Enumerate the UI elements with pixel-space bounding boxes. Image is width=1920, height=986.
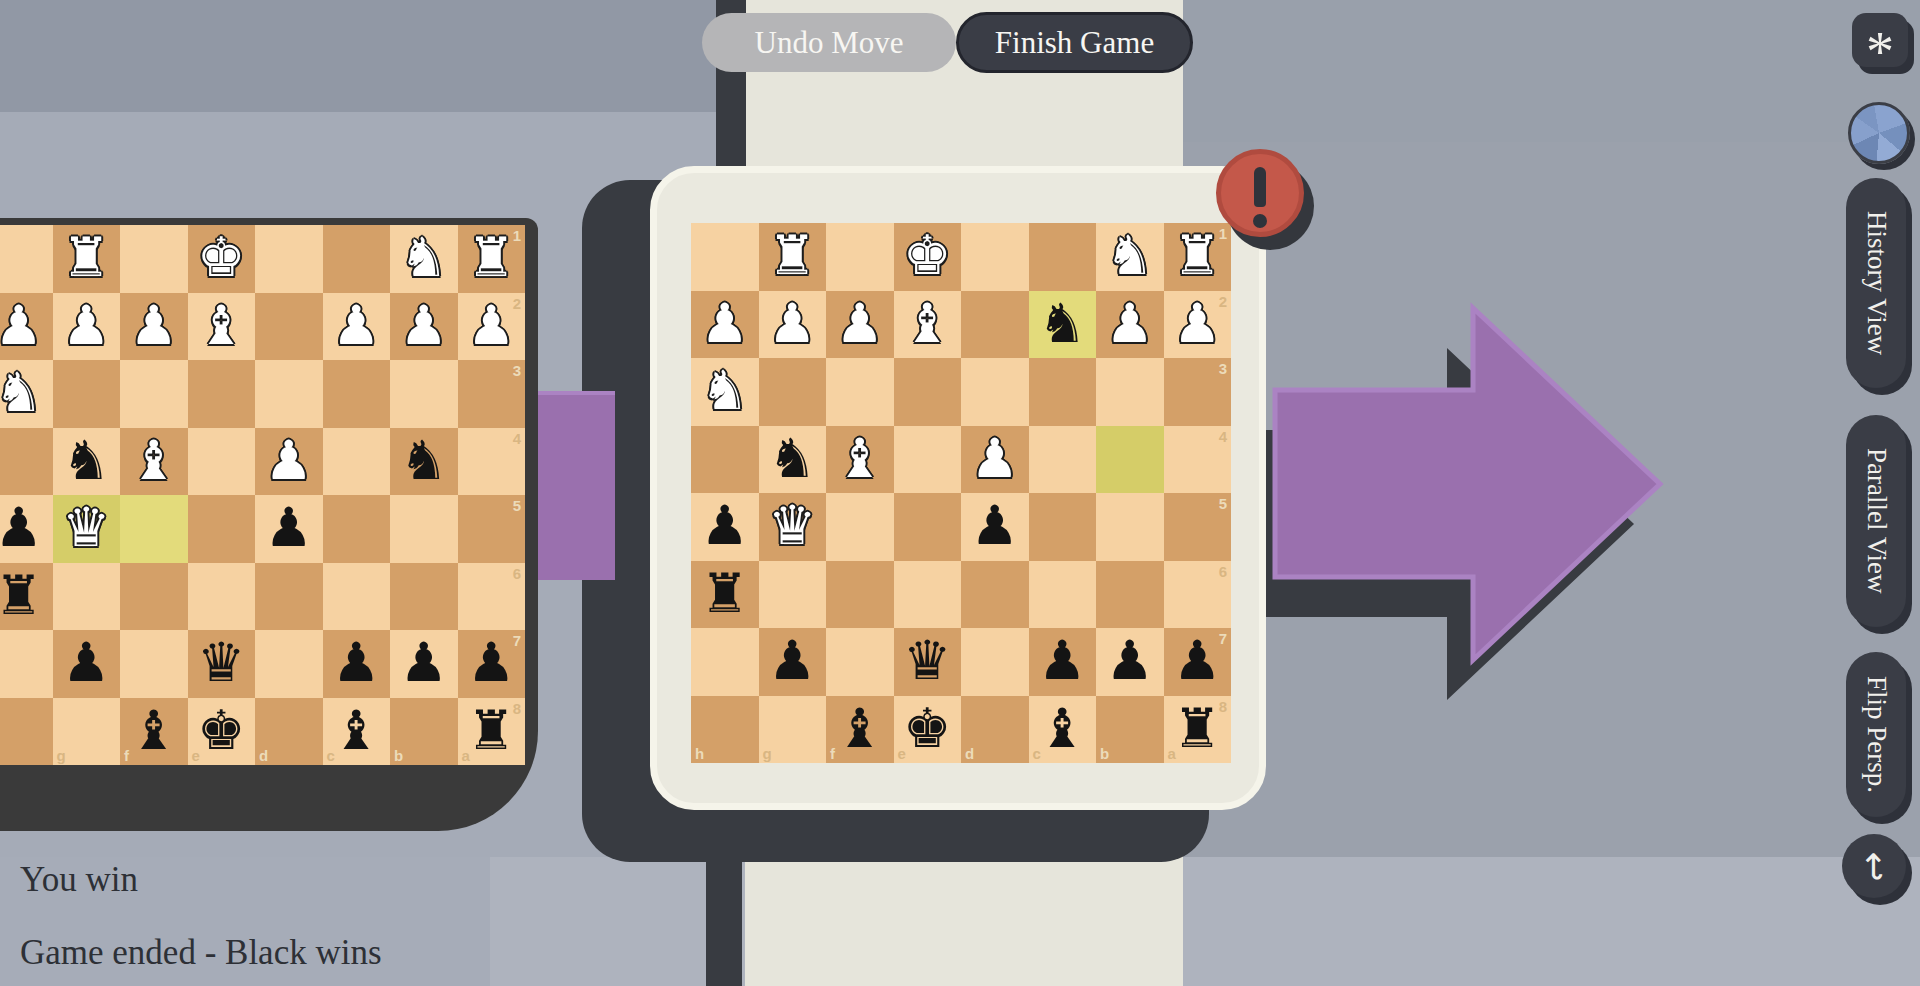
rank-label: 3 <box>513 362 521 379</box>
square-b6[interactable] <box>390 563 458 631</box>
square-a7[interactable]: ♟7 <box>1164 628 1232 696</box>
square-g8[interactable]: g <box>759 696 827 764</box>
square-f7[interactable] <box>120 630 188 698</box>
white-bishop: ♝ <box>826 426 894 494</box>
game-ended-text: Game ended - Black wins <box>20 933 382 973</box>
square-f3[interactable] <box>826 358 894 426</box>
history-board: ♜♚♞♜1♟♟♟♝♟♟♟2♞3♞♝♟♞4♟♛♟5♜6♟♛♟♟♟7hg♝f♚ed♝… <box>0 225 525 765</box>
square-c7[interactable]: ♟ <box>323 630 391 698</box>
white-pawn: ♟ <box>691 291 759 359</box>
white-knight: ♞ <box>390 225 458 293</box>
file-label: b <box>394 747 403 764</box>
rank-label: 4 <box>513 430 521 447</box>
square-c2[interactable]: ♟ <box>323 293 391 361</box>
white-pawn: ♟ <box>1096 291 1164 359</box>
square-e5[interactable] <box>188 495 256 563</box>
square-e1[interactable]: ♚ <box>188 225 256 293</box>
square-g6[interactable] <box>53 563 121 631</box>
square-c1[interactable] <box>1029 223 1097 291</box>
square-d1[interactable] <box>961 223 1029 291</box>
history-view-button[interactable]: History View <box>1846 178 1906 388</box>
square-d4[interactable]: ♟ <box>961 426 1029 494</box>
result-text: You win <box>20 860 138 900</box>
white-knight: ♞ <box>1096 223 1164 291</box>
square-e7[interactable]: ♛ <box>188 630 256 698</box>
file-label: d <box>965 745 974 762</box>
rank-label: 2 <box>513 295 521 312</box>
square-h5[interactable]: ♟ <box>0 495 53 563</box>
square-d2[interactable] <box>255 293 323 361</box>
flip-perspective-button[interactable]: Flip Persp. <box>1846 652 1906 817</box>
square-b4[interactable] <box>1096 426 1164 494</box>
square-b1[interactable]: ♞ <box>1096 223 1164 291</box>
square-b7[interactable]: ♟ <box>1096 628 1164 696</box>
square-d3[interactable] <box>255 360 323 428</box>
file-label: a <box>462 747 470 764</box>
exclamation-icon <box>1254 167 1266 207</box>
square-b8[interactable]: b <box>390 698 458 766</box>
square-d3[interactable] <box>961 358 1029 426</box>
rank-label: 3 <box>1219 360 1227 377</box>
square-h6[interactable]: ♜ <box>0 563 53 631</box>
square-h2[interactable]: ♟ <box>0 293 53 361</box>
square-d4[interactable]: ♟ <box>255 428 323 496</box>
square-h3[interactable]: ♞ <box>0 360 53 428</box>
square-b6[interactable] <box>1096 561 1164 629</box>
square-a7[interactable]: ♟7 <box>458 630 526 698</box>
square-f1[interactable] <box>826 223 894 291</box>
rank-label: 5 <box>513 497 521 514</box>
transition-arrow-left <box>537 391 615 580</box>
square-h1[interactable] <box>691 223 759 291</box>
black-queen: ♛ <box>188 630 256 698</box>
file-label: c <box>1033 745 1041 762</box>
square-a2[interactable]: ♟2 <box>1164 291 1232 359</box>
square-a1[interactable]: ♜1 <box>458 225 526 293</box>
square-h7[interactable] <box>0 630 53 698</box>
square-e2[interactable]: ♝ <box>894 291 962 359</box>
white-bishop: ♝ <box>188 293 256 361</box>
black-bishop: ♝ <box>120 698 188 766</box>
square-g7[interactable]: ♟ <box>53 630 121 698</box>
square-d6[interactable] <box>255 563 323 631</box>
square-c7[interactable]: ♟ <box>1029 628 1097 696</box>
white-pawn: ♟ <box>53 293 121 361</box>
square-a8[interactable]: ♜8a <box>1164 696 1232 764</box>
square-h7[interactable] <box>691 628 759 696</box>
white-bishop: ♝ <box>120 428 188 496</box>
square-e2[interactable]: ♝ <box>188 293 256 361</box>
file-label: g <box>763 745 772 762</box>
parallel-view-button[interactable]: Parallel View <box>1846 415 1906 627</box>
square-c3[interactable] <box>1029 358 1097 426</box>
square-e3[interactable] <box>894 358 962 426</box>
black-pawn: ♟ <box>53 630 121 698</box>
square-g7[interactable]: ♟ <box>759 628 827 696</box>
square-f6[interactable] <box>826 561 894 629</box>
background-block <box>1183 0 1920 142</box>
square-e7[interactable]: ♛ <box>894 628 962 696</box>
square-c1[interactable] <box>323 225 391 293</box>
square-f5[interactable] <box>120 495 188 563</box>
white-knight: ♞ <box>0 360 53 428</box>
background-block <box>490 857 1920 986</box>
rank-label: 8 <box>1219 698 1227 715</box>
white-rook: ♜ <box>759 223 827 291</box>
square-a5[interactable]: 5 <box>458 495 526 563</box>
black-rook: ♜ <box>691 561 759 629</box>
square-h4[interactable] <box>0 428 53 496</box>
black-pawn: ♟ <box>255 495 323 563</box>
square-g1[interactable]: ♜ <box>759 223 827 291</box>
black-pawn: ♟ <box>1029 628 1097 696</box>
asterisk-icon: * <box>1866 24 1894 80</box>
rank-label: 1 <box>513 227 521 244</box>
white-pawn: ♟ <box>120 293 188 361</box>
square-e4[interactable] <box>188 428 256 496</box>
square-d7[interactable] <box>961 628 1029 696</box>
square-a1[interactable]: ♜1 <box>1164 223 1232 291</box>
square-f2[interactable]: ♟ <box>120 293 188 361</box>
rank-label: 6 <box>1219 563 1227 580</box>
square-e1[interactable]: ♚ <box>894 223 962 291</box>
white-knight: ♞ <box>691 358 759 426</box>
square-f8[interactable]: ♝f <box>120 698 188 766</box>
white-pawn: ♟ <box>0 293 53 361</box>
rank-label: 4 <box>1219 428 1227 445</box>
square-e4[interactable] <box>894 426 962 494</box>
square-c6[interactable] <box>323 563 391 631</box>
square-c4[interactable] <box>323 428 391 496</box>
square-d5[interactable]: ♟ <box>961 493 1029 561</box>
white-pawn: ♟ <box>961 426 1029 494</box>
square-b4[interactable]: ♞ <box>390 428 458 496</box>
black-knight: ♞ <box>390 428 458 496</box>
black-pawn: ♟ <box>691 493 759 561</box>
square-a4[interactable]: 4 <box>1164 426 1232 494</box>
black-bishop: ♝ <box>826 696 894 764</box>
square-e5[interactable] <box>894 493 962 561</box>
rank-label: 5 <box>1219 495 1227 512</box>
square-f5[interactable] <box>826 493 894 561</box>
white-pawn: ♟ <box>759 291 827 359</box>
square-d1[interactable] <box>255 225 323 293</box>
rank-label: 1 <box>1219 225 1227 242</box>
rank-label: 6 <box>513 565 521 582</box>
black-pawn: ♟ <box>323 630 391 698</box>
rank-label: 8 <box>513 700 521 717</box>
file-label: e <box>898 745 906 762</box>
square-a3[interactable]: 3 <box>458 360 526 428</box>
square-g3[interactable] <box>53 360 121 428</box>
square-c2[interactable]: ♞ <box>1029 291 1097 359</box>
black-pawn: ♟ <box>1096 628 1164 696</box>
finish-game-button[interactable]: Finish Game <box>956 12 1193 73</box>
square-g2[interactable]: ♟ <box>53 293 121 361</box>
black-pawn: ♟ <box>759 628 827 696</box>
check-warning-badge <box>1216 149 1304 237</box>
square-g2[interactable]: ♟ <box>759 291 827 359</box>
white-king: ♚ <box>188 225 256 293</box>
square-a6[interactable]: 6 <box>458 563 526 631</box>
black-knight: ♞ <box>1029 291 1097 359</box>
black-pawn: ♟ <box>0 495 53 563</box>
square-e3[interactable] <box>188 360 256 428</box>
square-a2[interactable]: ♟2 <box>458 293 526 361</box>
square-h5[interactable]: ♟ <box>691 493 759 561</box>
square-d5[interactable]: ♟ <box>255 495 323 563</box>
white-king: ♚ <box>894 223 962 291</box>
square-c5[interactable] <box>1029 493 1097 561</box>
file-label: f <box>124 747 129 764</box>
lane-shadow <box>706 853 742 986</box>
square-f2[interactable]: ♟ <box>826 291 894 359</box>
app-stage: ♜♚♞♜1♟♟♟♝♟♟♟2♞3♞♝♟♞4♟♛♟5♜6♟♛♟♟♟7hg♝f♚ed♝… <box>0 0 1920 986</box>
square-g5[interactable]: ♛ <box>759 493 827 561</box>
file-label: d <box>259 747 268 764</box>
rank-label: 7 <box>513 632 521 649</box>
exclamation-icon-dot <box>1253 214 1267 228</box>
square-h8[interactable]: h <box>0 698 53 766</box>
black-queen: ♛ <box>894 628 962 696</box>
undo-move-button[interactable]: Undo Move <box>702 13 956 72</box>
file-label: e <box>192 747 200 764</box>
square-g4[interactable]: ♞ <box>759 426 827 494</box>
current-board: ♜♚♞♜1♟♟♟♝♞♟♟2♞3♞♝♟4♟♛♟5♜6♟♛♟♟♟7hg♝f♚ed♝c… <box>691 223 1231 763</box>
square-c8[interactable]: ♝c <box>323 698 391 766</box>
white-bishop: ♝ <box>894 291 962 359</box>
square-g5[interactable]: ♛ <box>53 495 121 563</box>
square-a3[interactable]: 3 <box>1164 358 1232 426</box>
file-label: b <box>1100 745 1109 762</box>
square-b2[interactable]: ♟ <box>390 293 458 361</box>
square-e8[interactable]: ♚e <box>188 698 256 766</box>
white-queen: ♛ <box>759 493 827 561</box>
square-d8[interactable]: d <box>961 696 1029 764</box>
square-d8[interactable]: d <box>255 698 323 766</box>
square-g1[interactable]: ♜ <box>53 225 121 293</box>
transition-arrow-right <box>1240 288 1690 718</box>
square-b5[interactable] <box>1096 493 1164 561</box>
square-b3[interactable] <box>1096 358 1164 426</box>
rank-label: 7 <box>1219 630 1227 647</box>
square-d7[interactable] <box>255 630 323 698</box>
square-f1[interactable] <box>120 225 188 293</box>
file-label: h <box>695 745 704 762</box>
file-label: a <box>1168 745 1176 762</box>
file-label: f <box>830 745 835 762</box>
square-b1[interactable]: ♞ <box>390 225 458 293</box>
background-block <box>0 0 716 112</box>
square-e6[interactable] <box>188 563 256 631</box>
square-b7[interactable]: ♟ <box>390 630 458 698</box>
square-a8[interactable]: ♜8a <box>458 698 526 766</box>
white-rook: ♜ <box>53 225 121 293</box>
square-e6[interactable] <box>894 561 962 629</box>
square-c3[interactable] <box>323 360 391 428</box>
return-button[interactable]: ↩ <box>1842 834 1906 898</box>
square-b8[interactable]: b <box>1096 696 1164 764</box>
square-e8[interactable]: ♚e <box>894 696 962 764</box>
square-a5[interactable]: 5 <box>1164 493 1232 561</box>
square-f6[interactable] <box>120 563 188 631</box>
square-f7[interactable] <box>826 628 894 696</box>
square-h3[interactable]: ♞ <box>691 358 759 426</box>
square-a4[interactable]: 4 <box>458 428 526 496</box>
white-pawn: ♟ <box>390 293 458 361</box>
square-b3[interactable] <box>390 360 458 428</box>
square-g8[interactable]: g <box>53 698 121 766</box>
file-label: g <box>57 747 66 764</box>
square-c6[interactable] <box>1029 561 1097 629</box>
black-pawn: ♟ <box>961 493 1029 561</box>
square-h4[interactable] <box>691 426 759 494</box>
square-g4[interactable]: ♞ <box>53 428 121 496</box>
square-h1[interactable] <box>0 225 53 293</box>
square-h8[interactable]: h <box>691 696 759 764</box>
square-d6[interactable] <box>961 561 1029 629</box>
square-g3[interactable] <box>759 358 827 426</box>
white-pawn: ♟ <box>323 293 391 361</box>
white-pawn: ♟ <box>826 291 894 359</box>
square-h6[interactable]: ♜ <box>691 561 759 629</box>
white-queen: ♛ <box>53 495 121 563</box>
square-b2[interactable]: ♟ <box>1096 291 1164 359</box>
white-pawn: ♟ <box>255 428 323 496</box>
asterisk-button[interactable]: * <box>1852 13 1908 67</box>
square-b5[interactable] <box>390 495 458 563</box>
square-a6[interactable]: 6 <box>1164 561 1232 629</box>
square-c8[interactable]: ♝c <box>1029 696 1097 764</box>
sphere-icon[interactable] <box>1848 102 1910 164</box>
square-c5[interactable] <box>323 495 391 563</box>
square-f3[interactable] <box>120 360 188 428</box>
return-arrow-icon: ↩ <box>1853 851 1894 881</box>
square-f4[interactable]: ♝ <box>826 426 894 494</box>
black-knight: ♞ <box>759 426 827 494</box>
black-knight: ♞ <box>53 428 121 496</box>
square-h2[interactable]: ♟ <box>691 291 759 359</box>
rank-label: 2 <box>1219 293 1227 310</box>
file-label: c <box>327 747 335 764</box>
square-f4[interactable]: ♝ <box>120 428 188 496</box>
square-d2[interactable] <box>961 291 1029 359</box>
square-c4[interactable] <box>1029 426 1097 494</box>
black-rook: ♜ <box>0 563 53 631</box>
square-g6[interactable] <box>759 561 827 629</box>
square-f8[interactable]: ♝f <box>826 696 894 764</box>
black-pawn: ♟ <box>390 630 458 698</box>
